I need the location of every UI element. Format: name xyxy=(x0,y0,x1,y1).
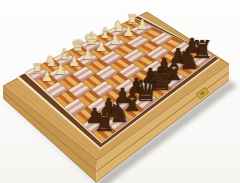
white-pawn-piece: ♟ xyxy=(136,18,148,32)
black-pawn-piece: ♟ xyxy=(127,76,146,97)
black-pawn-piece: ♟ xyxy=(113,86,132,107)
black-pawn-piece: ♟ xyxy=(85,106,104,127)
white-rook-piece: ♜ xyxy=(32,62,44,75)
pieces-layer: ♜♞♝♛♚♝♞♜♟♟♟♟♟♟♟♟♟♟♟♟♟♟♟♟♜♞♝♛♚♝♞♜ xyxy=(0,0,240,183)
black-pawn-piece: ♟ xyxy=(141,66,160,87)
white-knight-piece: ♞ xyxy=(45,54,58,68)
black-bishop-piece: ♝ xyxy=(162,57,187,84)
black-pawn-piece: ♟ xyxy=(183,36,202,57)
white-bishop-piece: ♝ xyxy=(99,26,112,41)
black-rook-piece: ♜ xyxy=(191,38,213,63)
black-queen-piece: ♛ xyxy=(133,76,160,106)
white-rook-piece: ♜ xyxy=(126,13,138,26)
white-knight-piece: ♞ xyxy=(112,19,125,33)
black-pawn-piece: ♟ xyxy=(169,46,188,67)
white-bishop-piece: ♝ xyxy=(58,47,71,62)
white-pawn-piece: ♟ xyxy=(82,48,94,62)
white-queen-piece: ♛ xyxy=(71,38,86,54)
white-pawn-piece: ♟ xyxy=(41,70,53,84)
white-pawn-piece: ♟ xyxy=(55,63,67,77)
white-king-piece: ♚ xyxy=(84,30,100,47)
white-pawn-piece: ♟ xyxy=(68,55,80,69)
black-king-piece: ♚ xyxy=(146,63,175,95)
white-pawn-piece: ♟ xyxy=(95,40,107,54)
black-pawn-piece: ♟ xyxy=(99,96,118,117)
black-bishop-piece: ♝ xyxy=(120,88,145,115)
white-pawn-piece: ♟ xyxy=(123,25,135,39)
black-knight-piece: ♞ xyxy=(106,100,130,127)
black-pawn-piece: ♟ xyxy=(155,56,174,77)
chess-set-photo: ♜♞♝♛♚♝♞♜♟♟♟♟♟♟♟♟♟♟♟♟♟♟♟♟♜♞♝♛♚♝♞♜ xyxy=(0,0,240,183)
black-knight-piece: ♞ xyxy=(176,47,200,74)
black-rook-piece: ♜ xyxy=(93,112,115,137)
white-pawn-piece: ♟ xyxy=(109,33,121,47)
